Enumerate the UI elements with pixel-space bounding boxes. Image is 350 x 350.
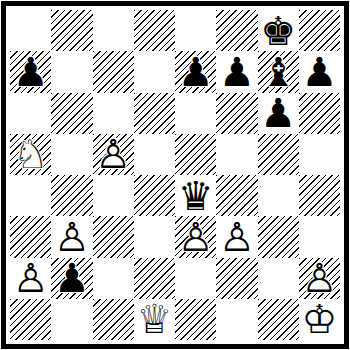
square-c8[interactable] xyxy=(93,10,134,51)
square-e5[interactable] xyxy=(175,134,216,175)
square-e7[interactable]: ♟ xyxy=(175,51,216,92)
square-a5[interactable]: ♞♘ xyxy=(10,134,51,175)
square-d7[interactable] xyxy=(134,51,175,92)
square-e1[interactable] xyxy=(175,299,216,340)
square-g5[interactable] xyxy=(258,134,299,175)
square-g3[interactable] xyxy=(258,216,299,257)
square-g4[interactable] xyxy=(258,175,299,216)
square-d4[interactable] xyxy=(134,175,175,216)
square-b3[interactable]: ♟♙ xyxy=(51,216,92,257)
square-d2[interactable] xyxy=(134,258,175,299)
square-e3[interactable]: ♟♙ xyxy=(175,216,216,257)
square-e2[interactable] xyxy=(175,258,216,299)
square-f3[interactable]: ♟♙ xyxy=(216,216,257,257)
square-d3[interactable] xyxy=(134,216,175,257)
piece-hit-e7[interactable] xyxy=(175,51,216,92)
piece-hit-b2[interactable] xyxy=(51,258,92,299)
square-h5[interactable] xyxy=(299,134,340,175)
square-f4[interactable] xyxy=(216,175,257,216)
piece-hit-g6[interactable] xyxy=(258,93,299,134)
piece-hit-a2[interactable] xyxy=(10,258,51,299)
piece-hit-c5[interactable] xyxy=(93,134,134,175)
square-g7[interactable]: ♝ xyxy=(258,51,299,92)
square-h7[interactable]: ♟ xyxy=(299,51,340,92)
square-f8[interactable] xyxy=(216,10,257,51)
square-a6[interactable] xyxy=(10,93,51,134)
square-d6[interactable] xyxy=(134,93,175,134)
square-d1[interactable]: ♛♕ xyxy=(134,299,175,340)
square-f6[interactable] xyxy=(216,93,257,134)
piece-hit-e3[interactable] xyxy=(175,216,216,257)
square-c2[interactable] xyxy=(93,258,134,299)
piece-hit-h7[interactable] xyxy=(299,51,340,92)
square-c1[interactable] xyxy=(93,299,134,340)
square-b1[interactable] xyxy=(51,299,92,340)
piece-hit-a7[interactable] xyxy=(10,51,51,92)
piece-hit-e4[interactable] xyxy=(175,175,216,216)
piece-hit-g7[interactable] xyxy=(258,51,299,92)
square-b8[interactable] xyxy=(51,10,92,51)
square-c7[interactable] xyxy=(93,51,134,92)
square-e8[interactable] xyxy=(175,10,216,51)
piece-hit-f3[interactable] xyxy=(216,216,257,257)
piece-hit-h2[interactable] xyxy=(299,258,340,299)
piece-hit-f7[interactable] xyxy=(216,51,257,92)
square-c5[interactable]: ♟♙ xyxy=(93,134,134,175)
square-h4[interactable] xyxy=(299,175,340,216)
piece-hit-b3[interactable] xyxy=(51,216,92,257)
square-f5[interactable] xyxy=(216,134,257,175)
piece-hit-a5[interactable] xyxy=(10,134,51,175)
square-a1[interactable] xyxy=(10,299,51,340)
square-f2[interactable] xyxy=(216,258,257,299)
square-g1[interactable] xyxy=(258,299,299,340)
square-g8[interactable]: ♚ xyxy=(258,10,299,51)
square-a4[interactable] xyxy=(10,175,51,216)
piece-hit-h1[interactable] xyxy=(299,299,340,340)
square-h3[interactable] xyxy=(299,216,340,257)
square-h1[interactable]: ♚♔ xyxy=(299,299,340,340)
square-a7[interactable]: ♟ xyxy=(10,51,51,92)
square-h8[interactable] xyxy=(299,10,340,51)
chess-diagram: ♚♟♟♟♝♟♟♞♘♟♙♛♟♙♟♙♟♙♟♙♟♟♙♛♕♚♔ xyxy=(0,0,350,350)
square-b7[interactable] xyxy=(51,51,92,92)
square-b5[interactable] xyxy=(51,134,92,175)
square-f1[interactable] xyxy=(216,299,257,340)
square-e6[interactable] xyxy=(175,93,216,134)
square-e4[interactable]: ♛ xyxy=(175,175,216,216)
square-b2[interactable]: ♟ xyxy=(51,258,92,299)
square-g6[interactable]: ♟ xyxy=(258,93,299,134)
chess-board: ♚♟♟♟♝♟♟♞♘♟♙♛♟♙♟♙♟♙♟♙♟♟♙♛♕♚♔ xyxy=(10,10,340,340)
square-d5[interactable] xyxy=(134,134,175,175)
square-g2[interactable] xyxy=(258,258,299,299)
square-h6[interactable] xyxy=(299,93,340,134)
square-b6[interactable] xyxy=(51,93,92,134)
square-c4[interactable] xyxy=(93,175,134,216)
piece-hit-d1[interactable] xyxy=(134,299,175,340)
square-h2[interactable]: ♟♙ xyxy=(299,258,340,299)
square-c6[interactable] xyxy=(93,93,134,134)
board-frame: ♚♟♟♟♝♟♟♞♘♟♙♛♟♙♟♙♟♙♟♙♟♟♙♛♕♚♔ xyxy=(1,1,349,349)
square-d8[interactable] xyxy=(134,10,175,51)
square-a2[interactable]: ♟♙ xyxy=(10,258,51,299)
square-a3[interactable] xyxy=(10,216,51,257)
square-a8[interactable] xyxy=(10,10,51,51)
square-c3[interactable] xyxy=(93,216,134,257)
piece-hit-g8[interactable] xyxy=(258,10,299,51)
square-b4[interactable] xyxy=(51,175,92,216)
square-f7[interactable]: ♟ xyxy=(216,51,257,92)
